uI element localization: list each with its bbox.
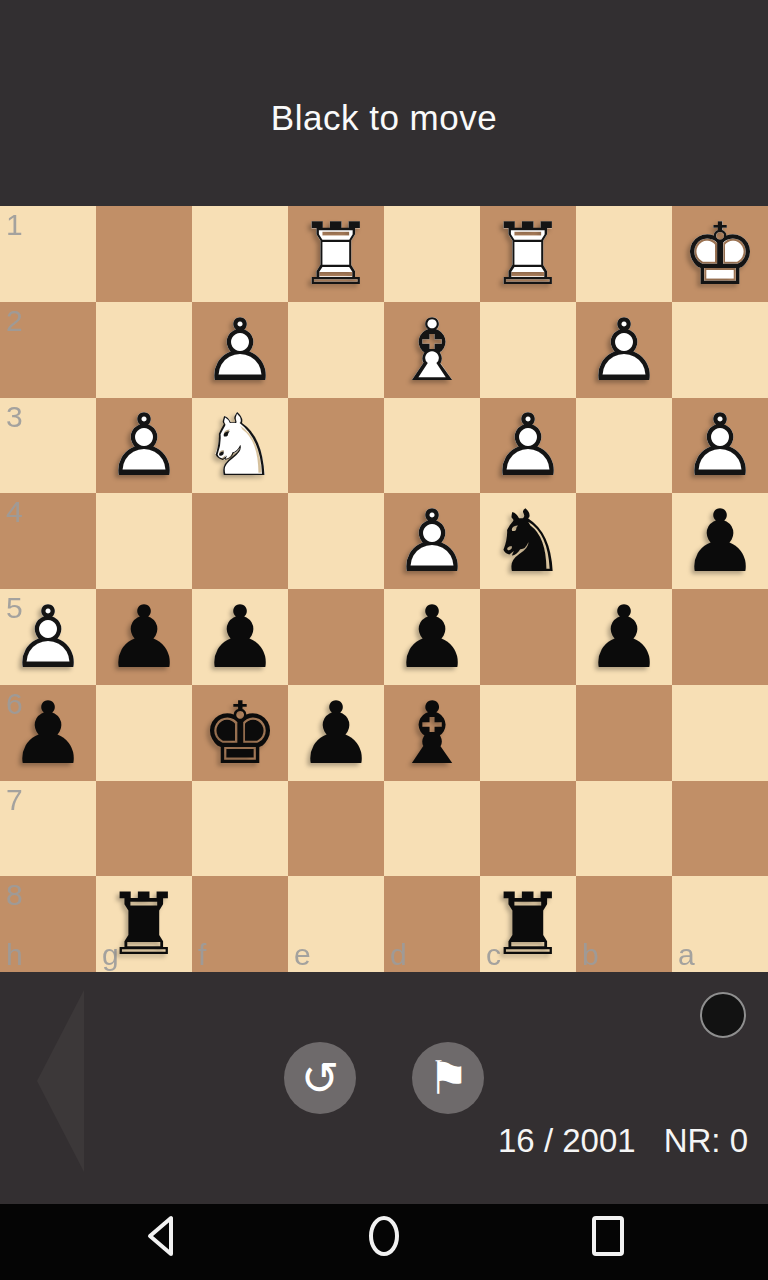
square-b1[interactable]: [576, 206, 672, 302]
flag-button[interactable]: ⚑: [412, 1042, 484, 1114]
square-h2[interactable]: 2: [0, 302, 96, 398]
piece-fill-glyph: ♟: [672, 493, 768, 589]
chess-board[interactable]: 1♜♖♜♖♚♔2♟♙♝♗♟♙3♟♙♞♘♟♙♟♙4♟♙♞♟5♟♙♟♟♟♟6♟♚♟♝…: [0, 206, 768, 972]
square-h3[interactable]: 3: [0, 398, 96, 494]
square-g8[interactable]: g♜: [96, 876, 192, 972]
square-e3[interactable]: [288, 398, 384, 494]
square-a5[interactable]: [672, 589, 768, 685]
square-g4[interactable]: [96, 493, 192, 589]
nr-counter: NR: 0: [664, 1122, 748, 1160]
rank-label-2: 2: [6, 306, 23, 336]
white-rook[interactable]: ♜♖: [480, 206, 576, 302]
black-rook[interactable]: ♜: [96, 876, 192, 972]
counters: 16 / 2001 NR: 0: [498, 1122, 748, 1160]
square-f3[interactable]: ♞♘: [192, 398, 288, 494]
square-f5[interactable]: ♟: [192, 589, 288, 685]
black-pawn[interactable]: ♟: [576, 589, 672, 685]
square-h8[interactable]: 8h: [0, 876, 96, 972]
recents-icon: [591, 1214, 625, 1258]
square-f7[interactable]: [192, 781, 288, 877]
piece-fill-glyph: ♟: [0, 685, 96, 781]
back-icon: [143, 1215, 177, 1257]
piece-fill-glyph: ♚: [192, 685, 288, 781]
square-d1[interactable]: [384, 206, 480, 302]
piece-outline-glyph: ♙: [96, 398, 192, 494]
file-label-b: b: [582, 940, 599, 970]
piece-outline-glyph: ♙: [576, 302, 672, 398]
android-navbar: [0, 1204, 768, 1280]
white-pawn[interactable]: ♟♙: [480, 398, 576, 494]
rank-label-1: 1: [6, 210, 23, 240]
piece-fill-glyph: ♞: [480, 493, 576, 589]
square-b5[interactable]: ♟: [576, 589, 672, 685]
black-pawn[interactable]: ♟: [0, 685, 96, 781]
square-f8[interactable]: f: [192, 876, 288, 972]
white-pawn[interactable]: ♟♙: [0, 589, 96, 685]
square-f6[interactable]: ♚: [192, 685, 288, 781]
app-screen: Black to move 1♜♖♜♖♚♔2♟♙♝♗♟♙3♟♙♞♘♟♙♟♙4♟♙…: [0, 0, 768, 1280]
black-rook[interactable]: ♜: [480, 876, 576, 972]
piece-outline-glyph: ♙: [480, 398, 576, 494]
square-a3[interactable]: ♟♙: [672, 398, 768, 494]
white-pawn[interactable]: ♟♙: [96, 398, 192, 494]
side-to-move-dot[interactable]: [700, 992, 746, 1038]
piece-outline-glyph: ♙: [384, 493, 480, 589]
square-d6[interactable]: ♝: [384, 685, 480, 781]
square-b8[interactable]: b: [576, 876, 672, 972]
square-c2[interactable]: [480, 302, 576, 398]
piece-outline-glyph: ♘: [192, 398, 288, 494]
square-b7[interactable]: [576, 781, 672, 877]
file-label-h: h: [6, 940, 23, 970]
black-knight[interactable]: ♞: [480, 493, 576, 589]
piece-fill-glyph: ♟: [192, 589, 288, 685]
square-a1[interactable]: ♚♔: [672, 206, 768, 302]
square-e5[interactable]: [288, 589, 384, 685]
white-pawn[interactable]: ♟♙: [576, 302, 672, 398]
square-b6[interactable]: [576, 685, 672, 781]
square-h5[interactable]: 5♟♙: [0, 589, 96, 685]
piece-outline-glyph: ♖: [480, 206, 576, 302]
black-pawn[interactable]: ♟: [96, 589, 192, 685]
file-label-f: f: [198, 940, 206, 970]
white-bishop[interactable]: ♝♗: [384, 302, 480, 398]
previous-puzzle-arrow[interactable]: [37, 990, 84, 1172]
rank-label-7: 7: [6, 785, 23, 815]
square-a4[interactable]: ♟: [672, 493, 768, 589]
undo-icon: ↺: [301, 1055, 340, 1101]
white-rook[interactable]: ♜♖: [288, 206, 384, 302]
square-b4[interactable]: [576, 493, 672, 589]
status-header: Black to move: [0, 0, 768, 206]
puzzle-counter: 16 / 2001: [498, 1122, 636, 1160]
square-c7[interactable]: [480, 781, 576, 877]
square-d8[interactable]: d: [384, 876, 480, 972]
square-f1[interactable]: [192, 206, 288, 302]
square-g2[interactable]: [96, 302, 192, 398]
white-pawn[interactable]: ♟♙: [192, 302, 288, 398]
square-c3[interactable]: ♟♙: [480, 398, 576, 494]
square-d7[interactable]: [384, 781, 480, 877]
rank-label-4: 4: [6, 497, 23, 527]
square-h7[interactable]: 7: [0, 781, 96, 877]
white-pawn[interactable]: ♟♙: [672, 398, 768, 494]
rank-label-8: 8: [6, 880, 23, 910]
square-d3[interactable]: [384, 398, 480, 494]
bottom-panel: ↺ ⚑ 16 / 2001 NR: 0: [0, 972, 768, 1204]
square-a7[interactable]: [672, 781, 768, 877]
square-c8[interactable]: c♜: [480, 876, 576, 972]
flag-icon: ⚑: [427, 1055, 468, 1101]
turn-indicator: Black to move: [271, 98, 497, 138]
piece-outline-glyph: ♔: [672, 206, 768, 302]
piece-fill-glyph: ♟: [384, 589, 480, 685]
black-pawn[interactable]: ♟: [192, 589, 288, 685]
square-e1[interactable]: ♜♖: [288, 206, 384, 302]
square-c6[interactable]: [480, 685, 576, 781]
file-label-d: d: [390, 940, 407, 970]
square-d5[interactable]: ♟: [384, 589, 480, 685]
square-g3[interactable]: ♟♙: [96, 398, 192, 494]
black-pawn[interactable]: ♟: [384, 589, 480, 685]
square-e4[interactable]: [288, 493, 384, 589]
square-a8[interactable]: a: [672, 876, 768, 972]
square-c4[interactable]: ♞: [480, 493, 576, 589]
white-king[interactable]: ♚♔: [672, 206, 768, 302]
black-bishop[interactable]: ♝: [384, 685, 480, 781]
square-e6[interactable]: ♟: [288, 685, 384, 781]
piece-fill-glyph: ♝: [384, 685, 480, 781]
square-c5[interactable]: [480, 589, 576, 685]
square-g1[interactable]: [96, 206, 192, 302]
square-a2[interactable]: [672, 302, 768, 398]
square-f2[interactable]: ♟♙: [192, 302, 288, 398]
piece-outline-glyph: ♙: [0, 589, 96, 685]
piece-outline-glyph: ♖: [288, 206, 384, 302]
back-button[interactable]: [130, 1212, 190, 1260]
piece-fill-glyph: ♜: [480, 876, 576, 972]
square-b2[interactable]: ♟♙: [576, 302, 672, 398]
square-b3[interactable]: [576, 398, 672, 494]
undo-button[interactable]: ↺: [284, 1042, 356, 1114]
white-pawn[interactable]: ♟♙: [384, 493, 480, 589]
black-pawn[interactable]: ♟: [672, 493, 768, 589]
square-a6[interactable]: [672, 685, 768, 781]
square-f4[interactable]: [192, 493, 288, 589]
square-d2[interactable]: ♝♗: [384, 302, 480, 398]
piece-fill-glyph: ♟: [288, 685, 384, 781]
square-h1[interactable]: 1: [0, 206, 96, 302]
square-g5[interactable]: ♟: [96, 589, 192, 685]
square-e8[interactable]: e: [288, 876, 384, 972]
home-button[interactable]: [354, 1212, 414, 1260]
black-king[interactable]: ♚: [192, 685, 288, 781]
piece-fill-glyph: ♟: [576, 589, 672, 685]
recents-button[interactable]: [578, 1212, 638, 1260]
piece-outline-glyph: ♙: [192, 302, 288, 398]
square-h6[interactable]: 6♟: [0, 685, 96, 781]
white-knight[interactable]: ♞♘: [192, 398, 288, 494]
square-c1[interactable]: ♜♖: [480, 206, 576, 302]
rank-label-3: 3: [6, 402, 23, 432]
home-icon: [367, 1214, 401, 1258]
black-pawn[interactable]: ♟: [288, 685, 384, 781]
square-e7[interactable]: [288, 781, 384, 877]
file-label-a: a: [678, 940, 695, 970]
square-g6[interactable]: [96, 685, 192, 781]
square-d4[interactable]: ♟♙: [384, 493, 480, 589]
square-e2[interactable]: [288, 302, 384, 398]
piece-fill-glyph: ♜: [96, 876, 192, 972]
square-h4[interactable]: 4: [0, 493, 96, 589]
piece-outline-glyph: ♗: [384, 302, 480, 398]
piece-fill-glyph: ♟: [96, 589, 192, 685]
file-label-e: e: [294, 940, 311, 970]
piece-outline-glyph: ♙: [672, 398, 768, 494]
square-g7[interactable]: [96, 781, 192, 877]
